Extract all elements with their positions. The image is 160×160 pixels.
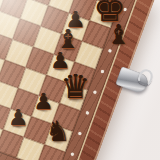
bishop-glyph: ♝ (107, 22, 130, 48)
coordinate-mark (93, 90, 97, 94)
pawn-glyph: ♟ (9, 107, 29, 129)
pawn-glyph: ♟ (34, 91, 54, 113)
coordinate-mark (78, 132, 82, 136)
coordinate-mark (70, 152, 74, 156)
coordinate-mark (85, 111, 89, 115)
knight-glyph: ♞ (46, 118, 70, 145)
queen-glyph: ♛ (61, 70, 91, 103)
clasp-hook-icon (136, 67, 155, 87)
coordinate-mark (101, 70, 105, 74)
chess-board: ♚♟♝♝♟♛♟♟♞ (0, 0, 159, 160)
chess-set-product-photo: ♚♟♝♝♟♛♟♟♞ (0, 0, 160, 160)
